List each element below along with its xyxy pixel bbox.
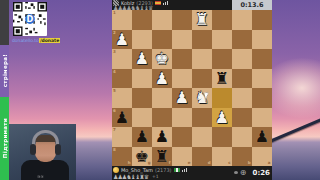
square-e2[interactable] bbox=[172, 30, 192, 50]
square-h6[interactable]: 6♟ bbox=[112, 108, 132, 128]
square-g6[interactable] bbox=[132, 108, 152, 128]
shirt-graphic: ≋≋ bbox=[37, 174, 53, 179]
rank-label-7: 7 bbox=[113, 128, 116, 132]
square-a7[interactable]: ♟ bbox=[252, 127, 272, 147]
square-b2[interactable] bbox=[232, 30, 252, 50]
square-g2[interactable] bbox=[132, 30, 152, 50]
bottom-player-flag-icon bbox=[174, 168, 180, 172]
square-d8[interactable]: d bbox=[192, 147, 212, 167]
signal-bars-icon bbox=[182, 168, 187, 172]
white-pawn-h2[interactable]: ♟ bbox=[112, 30, 132, 50]
white-rook-d1[interactable]: ♜ bbox=[192, 10, 212, 30]
rank-label-1: 1 bbox=[113, 11, 116, 15]
square-c2[interactable] bbox=[212, 30, 232, 50]
donation-link[interactable]: donatello.to/donate bbox=[12, 37, 98, 44]
file-label-e: e bbox=[188, 161, 191, 165]
material-advantage: +1 bbox=[152, 174, 159, 179]
donation-link-url[interactable]: donatello.to bbox=[12, 38, 39, 43]
square-e1[interactable] bbox=[172, 10, 192, 30]
square-c5[interactable] bbox=[212, 88, 232, 108]
square-h1[interactable]: 1 bbox=[112, 10, 132, 30]
top-player-bar: Koblz (2293) ♟♟♟♟♞♞♝♝♛ 0:13.6 bbox=[112, 0, 272, 10]
headphone-cup-left bbox=[30, 144, 36, 155]
square-a5[interactable] bbox=[252, 88, 272, 108]
square-a2[interactable] bbox=[252, 30, 272, 50]
signal-bars-icon bbox=[163, 1, 168, 5]
black-pawn-f7[interactable]: ♟ bbox=[152, 127, 172, 147]
file-label-h: h bbox=[128, 161, 131, 165]
donation-qr-code: D bbox=[13, 2, 47, 36]
square-e3[interactable] bbox=[172, 49, 192, 69]
rank-label-5: 5 bbox=[113, 89, 116, 93]
square-b7[interactable] bbox=[232, 127, 252, 147]
square-b6[interactable] bbox=[232, 108, 252, 128]
rank-label-3: 3 bbox=[113, 50, 116, 54]
square-d4[interactable] bbox=[192, 69, 212, 89]
qr-pattern: D bbox=[13, 2, 47, 36]
support-banner-purple: стрімера! bbox=[0, 45, 9, 97]
square-d7[interactable] bbox=[192, 127, 212, 147]
file-label-d: d bbox=[208, 161, 211, 165]
white-pawn-c6[interactable]: ♟ bbox=[212, 108, 232, 128]
square-h8[interactable]: 8h bbox=[112, 147, 132, 167]
black-king-g8[interactable]: ♚ bbox=[132, 147, 152, 167]
file-label-b: b bbox=[248, 161, 251, 165]
top-player-flag-icon bbox=[155, 1, 161, 5]
square-h5[interactable]: 5 bbox=[112, 88, 132, 108]
square-a3[interactable] bbox=[252, 49, 272, 69]
square-b8[interactable]: b bbox=[232, 147, 252, 167]
top-player-clock: 0:13.6 bbox=[232, 0, 272, 10]
donation-link-highlight[interactable]: /donate bbox=[39, 38, 60, 43]
headphones-band bbox=[32, 130, 59, 146]
chess-board: 1♜2♟3♟♚4♟♜5♟♞6♟♟7♟♟♟8hg♚f♜edcba bbox=[112, 10, 272, 166]
square-g7[interactable]: ♟ bbox=[132, 127, 152, 147]
square-b5[interactable] bbox=[232, 88, 252, 108]
square-f3[interactable]: ♚ bbox=[152, 49, 172, 69]
support-banner-green: Підтримати bbox=[0, 97, 9, 180]
square-h4[interactable]: 4 bbox=[112, 69, 132, 89]
square-a4[interactable] bbox=[252, 69, 272, 89]
square-f8[interactable]: f♜ bbox=[152, 147, 172, 167]
square-f6[interactable] bbox=[152, 108, 172, 128]
square-e5[interactable]: ♟ bbox=[172, 88, 192, 108]
black-pawn-h6[interactable]: ♟ bbox=[112, 108, 132, 128]
square-c4[interactable]: ♜ bbox=[212, 69, 232, 89]
black-rook-f8[interactable]: ♜ bbox=[152, 147, 172, 167]
black-pawn-g7[interactable]: ♟ bbox=[132, 127, 152, 147]
file-label-a: a bbox=[268, 161, 271, 165]
square-c3[interactable] bbox=[212, 49, 232, 69]
square-h2[interactable]: 2♟ bbox=[112, 30, 132, 50]
rank-label-8: 8 bbox=[113, 148, 116, 152]
square-e6[interactable] bbox=[172, 108, 192, 128]
square-a1[interactable] bbox=[252, 10, 272, 30]
square-g8[interactable]: g♚ bbox=[132, 147, 152, 167]
file-label-c: c bbox=[228, 161, 230, 165]
black-rook-c4[interactable]: ♜ bbox=[212, 69, 232, 89]
square-e8[interactable]: e bbox=[172, 147, 192, 167]
bottom-captured-pieces: ♟♟♟♞♝♝♜♛ bbox=[113, 174, 148, 179]
headphone-cup-right bbox=[55, 144, 61, 155]
square-e7[interactable] bbox=[172, 127, 192, 147]
square-e4[interactable] bbox=[172, 69, 192, 89]
bottom-player-bar: Mo_Sho_Tam (2173) ♟♟♟♞♝♝♜♛ +1 ⊕ 0:26 bbox=[112, 166, 272, 180]
square-c7[interactable] bbox=[212, 127, 232, 147]
stream-scene: стрімера! Підтримати bbox=[0, 0, 320, 180]
square-c8[interactable]: c bbox=[212, 147, 232, 167]
square-a6[interactable] bbox=[252, 108, 272, 128]
square-f1[interactable] bbox=[152, 10, 172, 30]
left-strip-spacer bbox=[0, 0, 9, 45]
qr-logo-letter: D bbox=[27, 14, 34, 24]
white-king-f3[interactable]: ♚ bbox=[152, 49, 172, 69]
square-a8[interactable]: a bbox=[252, 147, 272, 167]
square-c6[interactable]: ♟ bbox=[212, 108, 232, 128]
square-g4[interactable] bbox=[132, 69, 152, 89]
white-pawn-f4[interactable]: ♟ bbox=[152, 69, 172, 89]
square-d3[interactable] bbox=[192, 49, 212, 69]
square-b4[interactable] bbox=[232, 69, 252, 89]
support-banner-text-top: стрімера! bbox=[2, 54, 8, 87]
square-b1[interactable] bbox=[232, 10, 252, 30]
square-c1[interactable] bbox=[212, 10, 232, 30]
white-pawn-e5[interactable]: ♟ bbox=[172, 88, 192, 108]
square-f2[interactable] bbox=[152, 30, 172, 50]
square-g3[interactable]: ♟ bbox=[132, 49, 152, 69]
chess-panel: Koblz (2293) ♟♟♟♟♞♞♝♝♛ 0:13.6 1♜2♟3♟♚4♟♜… bbox=[112, 0, 272, 180]
square-b3[interactable] bbox=[232, 49, 252, 69]
square-f4[interactable]: ♟ bbox=[152, 69, 172, 89]
streamer-webcam: ≋≋ bbox=[9, 124, 76, 180]
square-d1[interactable]: ♜ bbox=[192, 10, 212, 30]
black-pawn-a7[interactable]: ♟ bbox=[252, 127, 272, 147]
square-h7[interactable]: 7 bbox=[112, 127, 132, 147]
square-f7[interactable]: ♟ bbox=[152, 127, 172, 147]
square-h3[interactable]: 3 bbox=[112, 49, 132, 69]
bottom-player-clock: 0:26 bbox=[253, 166, 270, 180]
support-banner-text-bottom: Підтримати bbox=[2, 118, 8, 158]
square-f5[interactable] bbox=[152, 88, 172, 108]
square-g1[interactable] bbox=[132, 10, 152, 30]
square-d6[interactable] bbox=[192, 108, 212, 128]
rank-label-4: 4 bbox=[113, 70, 116, 74]
circle-plus-icon[interactable]: ⊕ bbox=[238, 168, 248, 178]
square-g5[interactable] bbox=[132, 88, 152, 108]
square-d2[interactable] bbox=[192, 30, 212, 50]
white-pawn-g3[interactable]: ♟ bbox=[132, 49, 152, 69]
